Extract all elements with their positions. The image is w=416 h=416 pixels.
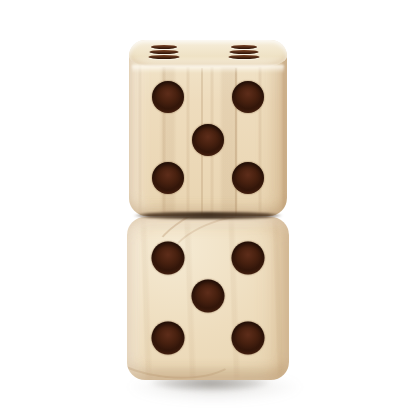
top-face-pip-sliver bbox=[231, 45, 257, 49]
top-edge-highlight bbox=[132, 65, 284, 73]
pip bbox=[232, 321, 265, 354]
top-face-pip-sliver bbox=[151, 45, 177, 49]
top-die bbox=[129, 40, 287, 216]
top-face-pip-sliver bbox=[150, 50, 179, 54]
pip bbox=[152, 162, 184, 194]
pip bbox=[151, 321, 184, 354]
seam-shadow bbox=[133, 212, 283, 219]
top-face-pip-sliver bbox=[229, 55, 260, 59]
pip bbox=[192, 280, 225, 313]
top-face-pip-sliver bbox=[149, 55, 180, 59]
pip bbox=[192, 124, 224, 156]
pip bbox=[232, 242, 265, 275]
bottom-die bbox=[127, 217, 289, 380]
top-face bbox=[129, 40, 287, 67]
pip bbox=[232, 81, 264, 113]
pip bbox=[152, 81, 184, 113]
pip bbox=[232, 162, 264, 194]
pip bbox=[151, 242, 184, 275]
top-face-pip-sliver bbox=[230, 50, 259, 54]
scene bbox=[0, 0, 416, 416]
